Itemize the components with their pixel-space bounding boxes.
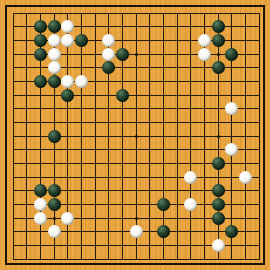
black-stone[interactable] [225, 48, 238, 61]
hoshi-point [217, 135, 221, 139]
white-stone[interactable] [75, 75, 88, 88]
grid-line-vertical [163, 13, 164, 260]
grid-line-vertical [177, 13, 178, 260]
black-stone[interactable] [102, 61, 115, 74]
black-stone[interactable] [48, 184, 61, 197]
grid-line-horizontal [13, 149, 260, 150]
black-stone[interactable] [48, 130, 61, 143]
black-stone[interactable] [212, 20, 225, 33]
black-stone[interactable] [212, 157, 225, 170]
white-stone[interactable] [61, 20, 74, 33]
white-stone[interactable] [34, 198, 47, 211]
black-stone[interactable] [34, 48, 47, 61]
black-stone[interactable] [157, 198, 170, 211]
black-stone[interactable] [212, 212, 225, 225]
hoshi-point [135, 53, 139, 57]
black-stone[interactable] [157, 225, 170, 238]
white-stone[interactable] [198, 34, 211, 47]
black-stone[interactable] [34, 34, 47, 47]
white-stone[interactable] [34, 212, 47, 225]
black-stone[interactable] [61, 89, 74, 102]
black-stone[interactable] [225, 225, 238, 238]
grid-line-vertical [149, 13, 150, 260]
black-stone[interactable] [75, 34, 88, 47]
black-stone[interactable] [48, 20, 61, 33]
white-stone[interactable] [239, 171, 252, 184]
hoshi-point [217, 53, 221, 57]
white-stone[interactable] [184, 198, 197, 211]
hoshi-point [135, 135, 139, 139]
white-stone[interactable] [48, 34, 61, 47]
hoshi-point [135, 217, 139, 221]
black-stone[interactable] [212, 34, 225, 47]
black-stone[interactable] [48, 75, 61, 88]
white-stone[interactable] [48, 61, 61, 74]
white-stone[interactable] [61, 75, 74, 88]
white-stone[interactable] [48, 225, 61, 238]
white-stone[interactable] [61, 212, 74, 225]
white-stone[interactable] [130, 225, 143, 238]
white-stone[interactable] [225, 143, 238, 156]
black-stone[interactable] [48, 198, 61, 211]
hoshi-point [53, 217, 57, 221]
black-stone[interactable] [34, 20, 47, 33]
white-stone[interactable] [212, 239, 225, 252]
grid-line-horizontal [13, 177, 260, 178]
black-stone[interactable] [116, 89, 129, 102]
black-stone[interactable] [212, 198, 225, 211]
grid-line-vertical [259, 13, 260, 260]
white-stone[interactable] [225, 102, 238, 115]
black-stone[interactable] [34, 75, 47, 88]
grid-line-vertical [190, 13, 191, 260]
grid-line-horizontal [13, 259, 260, 260]
black-stone[interactable] [212, 184, 225, 197]
white-stone[interactable] [198, 48, 211, 61]
grid-line-vertical [245, 13, 246, 260]
black-stone[interactable] [34, 184, 47, 197]
white-stone[interactable] [102, 48, 115, 61]
white-stone[interactable] [184, 171, 197, 184]
black-stone[interactable] [212, 61, 225, 74]
white-stone[interactable] [48, 48, 61, 61]
go-board[interactable] [0, 0, 270, 270]
black-stone[interactable] [116, 48, 129, 61]
white-stone[interactable] [102, 34, 115, 47]
white-stone[interactable] [61, 34, 74, 47]
